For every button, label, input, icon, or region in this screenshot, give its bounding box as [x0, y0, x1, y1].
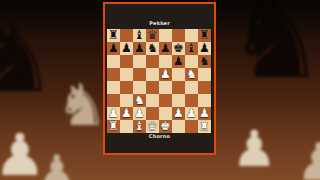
white-queen-piece[interactable]: ♛: [146, 120, 159, 133]
background-pawn-icon: ♟: [296, 136, 320, 180]
square-d1[interactable]: ♛: [146, 120, 159, 133]
square-f5[interactable]: [172, 68, 185, 81]
square-e4[interactable]: [159, 81, 172, 94]
white-rook-piece[interactable]: ♜: [107, 120, 120, 133]
square-f6[interactable]: ♟: [172, 55, 185, 68]
square-d4[interactable]: [146, 81, 159, 94]
white-knight-piece[interactable]: ♞: [185, 68, 198, 81]
square-f4[interactable]: [172, 81, 185, 94]
video-frame: ♞ ♞ ♟ ♟ ♞ ♟ ♟ Pekker ♜♝♛♜♟♟♟♞♟♚♝♟♟♞♟♞♞♟♟…: [0, 0, 320, 180]
square-c1[interactable]: ♝: [133, 120, 146, 133]
square-g4[interactable]: [185, 81, 198, 94]
background-white-knight-icon: ♞: [56, 76, 108, 134]
square-d6[interactable]: [146, 55, 159, 68]
square-b5[interactable]: [120, 68, 133, 81]
white-bishop-piece[interactable]: ♝: [133, 120, 146, 133]
player-name-white: Chorno: [105, 133, 214, 139]
background-pawn-icon: ♟: [38, 150, 76, 180]
square-d7[interactable]: ♞: [146, 42, 159, 55]
white-king-piece[interactable]: ♚: [159, 120, 172, 133]
square-e5[interactable]: ♟: [159, 68, 172, 81]
black-pawn-piece[interactable]: ♟: [133, 42, 146, 55]
square-b6[interactable]: [120, 55, 133, 68]
square-b7[interactable]: ♟: [120, 42, 133, 55]
square-c5[interactable]: [133, 68, 146, 81]
square-d3[interactable]: [146, 94, 159, 107]
black-bishop-piece[interactable]: ♝: [185, 42, 198, 55]
square-e3[interactable]: [159, 94, 172, 107]
player-name-black: Pekker: [105, 20, 214, 26]
black-knight-piece[interactable]: ♞: [198, 55, 211, 68]
square-a4[interactable]: [107, 81, 120, 94]
white-pawn-piece[interactable]: ♟: [172, 107, 185, 120]
square-h5[interactable]: [198, 68, 211, 81]
square-a1[interactable]: ♜: [107, 120, 120, 133]
black-pawn-piece[interactable]: ♟: [107, 42, 120, 55]
square-b2[interactable]: ♟: [120, 107, 133, 120]
white-pawn-piece[interactable]: ♟: [185, 107, 198, 120]
square-f1[interactable]: [172, 120, 185, 133]
black-knight-piece[interactable]: ♞: [146, 42, 159, 55]
square-f2[interactable]: ♟: [172, 107, 185, 120]
square-g2[interactable]: ♟: [185, 107, 198, 120]
square-h4[interactable]: [198, 81, 211, 94]
square-e7[interactable]: ♟: [159, 42, 172, 55]
square-g1[interactable]: [185, 120, 198, 133]
square-d5[interactable]: [146, 68, 159, 81]
square-a6[interactable]: [107, 55, 120, 68]
square-b4[interactable]: [120, 81, 133, 94]
square-h6[interactable]: ♞: [198, 55, 211, 68]
white-rook-piece[interactable]: ♜: [198, 120, 211, 133]
square-a7[interactable]: ♟: [107, 42, 120, 55]
black-pawn-piece[interactable]: ♟: [120, 42, 133, 55]
square-c6[interactable]: [133, 55, 146, 68]
white-pawn-piece[interactable]: ♟: [120, 107, 133, 120]
square-g7[interactable]: ♝: [185, 42, 198, 55]
chess-board[interactable]: ♜♝♛♜♟♟♟♞♟♚♝♟♟♞♟♞♞♟♟♟♟♟♟♜♝♛♚♜: [107, 29, 212, 133]
square-e1[interactable]: ♚: [159, 120, 172, 133]
white-pawn-piece[interactable]: ♟: [159, 68, 172, 81]
square-b1[interactable]: [120, 120, 133, 133]
game-panel: Pekker ♜♝♛♜♟♟♟♞♟♚♝♟♟♞♟♞♞♟♟♟♟♟♟♜♝♛♚♜ Chor…: [103, 2, 216, 155]
background-pawn-icon: ♟: [232, 124, 277, 174]
black-pawn-piece[interactable]: ♟: [159, 42, 172, 55]
square-g5[interactable]: ♞: [185, 68, 198, 81]
black-pawn-piece[interactable]: ♟: [172, 55, 185, 68]
square-h1[interactable]: ♜: [198, 120, 211, 133]
square-c7[interactable]: ♟: [133, 42, 146, 55]
square-a5[interactable]: [107, 68, 120, 81]
